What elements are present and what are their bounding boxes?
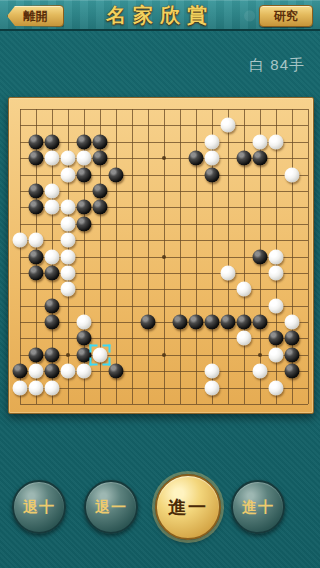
black-stone [253,249,268,264]
black-stone [29,347,44,362]
white-stone [77,151,92,166]
white-stone [45,200,60,215]
forward-one-button[interactable]: 進一 [155,474,221,540]
white-stone [29,233,44,248]
black-stone [221,315,236,330]
white-stone [205,151,220,166]
white-stone [13,233,28,248]
white-stone [61,249,76,264]
black-stone [141,315,156,330]
black-stone [29,183,44,198]
black-stone [269,331,284,346]
black-stone [13,364,28,379]
black-stone [253,151,268,166]
black-stone [189,315,204,330]
black-stone [45,364,60,379]
white-stone [285,167,300,182]
black-stone [29,265,44,280]
last-move-marker [90,344,111,365]
forward-ten-button[interactable]: 進十 [231,480,285,534]
black-stone [285,364,300,379]
black-stone [45,134,60,149]
hoshi-point [162,353,166,357]
white-stone [221,118,236,133]
white-stone [77,315,92,330]
white-stone [61,282,76,297]
white-stone [269,380,284,395]
white-stone [61,364,76,379]
hoshi-point [162,255,166,259]
white-stone [205,134,220,149]
black-stone [237,151,252,166]
white-stone [45,249,60,264]
grid-line-horizontal [20,388,308,389]
hoshi-point [258,353,262,357]
grid-line-vertical [228,109,229,404]
black-stone [45,315,60,330]
black-stone [77,200,92,215]
black-stone [173,315,188,330]
white-stone [61,265,76,280]
white-stone [269,265,284,280]
black-stone [77,167,92,182]
move-status-label: 白 84手 [249,56,305,75]
white-stone [61,167,76,182]
white-stone [61,151,76,166]
grid-line-horizontal [20,306,308,307]
white-stone [45,151,60,166]
grid-line-horizontal [20,404,308,405]
white-stone [205,380,220,395]
white-stone [221,265,236,280]
black-stone [205,315,220,330]
black-stone [93,183,108,198]
black-stone [29,134,44,149]
grid-line-vertical [180,109,181,404]
white-stone [45,183,60,198]
hoshi-point [66,353,70,357]
white-stone [29,380,44,395]
study-button[interactable]: 研究 [259,5,313,27]
black-stone [253,315,268,330]
white-stone [237,282,252,297]
black-stone [93,151,108,166]
black-stone [77,134,92,149]
white-stone [269,249,284,264]
white-stone [253,134,268,149]
back-one-button[interactable]: 退一 [84,480,138,534]
black-stone [109,364,124,379]
white-stone [45,380,60,395]
black-stone [237,315,252,330]
white-stone [269,134,284,149]
black-stone [29,249,44,264]
black-stone [93,134,108,149]
white-stone [29,364,44,379]
white-stone [285,315,300,330]
white-stone [253,364,268,379]
black-stone [45,347,60,362]
grid-line-vertical [308,109,309,404]
grid-line-horizontal [20,338,308,339]
black-stone [93,200,108,215]
go-board[interactable] [8,97,314,414]
white-stone [13,380,28,395]
white-stone [269,298,284,313]
black-stone [109,167,124,182]
black-stone [285,347,300,362]
white-stone [237,331,252,346]
white-stone [77,364,92,379]
hoshi-point [162,156,166,160]
black-stone [189,151,204,166]
black-stone [29,151,44,166]
black-stone [205,167,220,182]
white-stone [269,347,284,362]
black-stone [77,216,92,231]
back-ten-button[interactable]: 退十 [12,480,66,534]
black-stone [29,200,44,215]
white-stone [205,364,220,379]
white-stone [61,233,76,248]
black-stone [45,265,60,280]
black-stone [285,331,300,346]
white-stone [61,200,76,215]
black-stone [45,298,60,313]
white-stone [61,216,76,231]
